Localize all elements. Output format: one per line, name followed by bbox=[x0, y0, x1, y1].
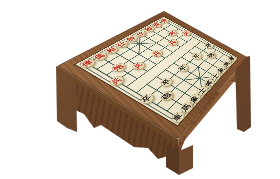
scene: 俥傌相仕帥仕相傌俥炮炮兵兵兵兵兵卒卒卒卒卒砲砲車馬象士將士象馬車 bbox=[0, 0, 280, 179]
tabletop-wood-rim: 俥傌相仕帥仕相傌俥炮炮兵兵兵兵兵卒卒卒卒卒砲砲車馬象士將士象馬車 bbox=[57, 11, 247, 139]
